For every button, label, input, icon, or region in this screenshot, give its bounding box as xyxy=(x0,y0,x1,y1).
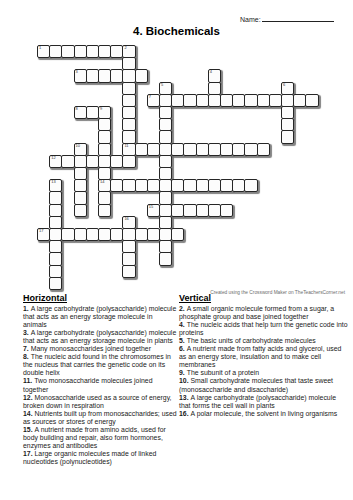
grid-cell[interactable] xyxy=(196,143,209,156)
grid-cell[interactable]: 7 xyxy=(147,94,160,107)
grid-cell[interactable] xyxy=(147,228,160,241)
grid-cell[interactable] xyxy=(74,155,87,168)
clue-number: 8 xyxy=(76,107,78,112)
clue-item: 15. A nutrient made from amino acids, us… xyxy=(23,426,178,450)
grid-cell[interactable] xyxy=(74,45,87,58)
vertical-clues-header: Vertical xyxy=(179,294,349,302)
grid-cell[interactable] xyxy=(305,94,318,107)
grid-cell[interactable] xyxy=(257,94,270,107)
grid-cell[interactable]: 15 xyxy=(147,204,160,217)
grid-cell[interactable] xyxy=(171,228,184,241)
grid-cell[interactable]: 8 xyxy=(74,106,87,119)
grid-cell[interactable] xyxy=(86,155,99,168)
clue-number: 12 xyxy=(51,156,55,161)
grid-cell[interactable] xyxy=(98,118,111,131)
grid-cell[interactable] xyxy=(49,265,62,278)
horizontal-clues-section: Horizontal 1. A large carbohydrate (poly… xyxy=(23,294,178,466)
grid-cell[interactable] xyxy=(232,143,245,156)
grid-cell[interactable] xyxy=(86,45,99,58)
grid-cell[interactable] xyxy=(208,94,221,107)
grid-cell[interactable] xyxy=(147,179,160,192)
clue-item: 10. Small carbohydrate molecules that ta… xyxy=(179,377,349,393)
grid-cell[interactable] xyxy=(208,143,221,156)
clue-item: 17. Large organic molecules made of link… xyxy=(23,450,178,466)
name-blank-line[interactable] xyxy=(262,14,334,22)
grid-cell[interactable] xyxy=(49,204,62,217)
grid-cell[interactable] xyxy=(110,179,123,192)
grid-cell[interactable] xyxy=(110,155,123,168)
grid-cell[interactable] xyxy=(122,118,135,131)
grid-cell[interactable]: 4 xyxy=(208,69,221,82)
grid-cell[interactable]: 16 xyxy=(122,216,135,229)
grid-cell[interactable] xyxy=(293,94,306,107)
grid-cell[interactable] xyxy=(122,240,135,253)
horizontal-clues-header: Horizontal xyxy=(23,294,178,302)
grid-cell[interactable] xyxy=(98,191,111,204)
grid-cell[interactable] xyxy=(159,216,172,229)
grid-cell[interactable]: 10 xyxy=(74,143,87,156)
grid-cell[interactable] xyxy=(281,118,294,131)
grid-cell[interactable]: 3 xyxy=(74,69,87,82)
vertical-clues-list: 2. A small organic molecule formed from … xyxy=(179,305,349,418)
grid-cell[interactable] xyxy=(122,130,135,143)
clue-number: 14 xyxy=(100,180,104,185)
name-label: Name: xyxy=(240,16,261,23)
grid-cell[interactable] xyxy=(98,204,111,217)
grid-cell[interactable] xyxy=(232,179,245,192)
grid-cell[interactable] xyxy=(171,143,184,156)
clue-number: 15 xyxy=(149,205,153,210)
worksheet-page: Name: 4. Biochemicals 123456789101112131… xyxy=(0,0,353,500)
grid-cell[interactable] xyxy=(49,240,62,253)
clue-number: 7 xyxy=(149,95,151,100)
clue-item: 14. Nutrients built up from monosacchari… xyxy=(23,410,178,426)
clue-number: 13 xyxy=(51,180,55,185)
grid-cell[interactable] xyxy=(244,179,257,192)
clue-item: 6. A nutrient made from fatty acids and … xyxy=(179,345,349,369)
grid-cell[interactable] xyxy=(49,191,62,204)
clue-item: 12. Monosaccharide used as a source of e… xyxy=(23,394,178,410)
grid-cell[interactable] xyxy=(49,277,62,290)
grid-cell[interactable] xyxy=(74,204,87,217)
vertical-clues-section: Vertical 2. A small organic molecule for… xyxy=(179,294,349,418)
grid-cell[interactable] xyxy=(244,143,257,156)
grid-cell[interactable] xyxy=(135,179,148,192)
clue-number: 1 xyxy=(39,46,41,51)
grid-cell[interactable] xyxy=(135,69,148,82)
grid-cell[interactable] xyxy=(171,179,184,192)
grid-cell[interactable] xyxy=(74,191,87,204)
grid-cell[interactable] xyxy=(122,179,135,192)
grid-cell[interactable] xyxy=(61,45,74,58)
grid-cell[interactable] xyxy=(110,69,123,82)
crossword-grid: 1234567891011121314151617 xyxy=(37,45,318,290)
grid-cell[interactable] xyxy=(122,82,135,95)
clue-item: 2. A small organic molecule formed from … xyxy=(179,305,349,321)
name-row: Name: xyxy=(240,14,334,23)
grid-cell[interactable] xyxy=(257,143,270,156)
grid-cell[interactable] xyxy=(86,228,99,241)
clue-item: 7. Many monosaccharides joined together xyxy=(23,345,178,353)
clue-item: 3. A large carbohydrate (polysaccharide)… xyxy=(23,329,178,345)
grid-cell[interactable] xyxy=(208,179,221,192)
grid-cell[interactable]: 6 xyxy=(281,82,294,95)
clue-item: 11. Two monosaccharide molecules joined … xyxy=(23,377,178,393)
clue-item: 1. A large carbohydrate (polysaccharide)… xyxy=(23,305,178,329)
grid-cell[interactable] xyxy=(208,204,221,217)
grid-cell[interactable] xyxy=(196,94,209,107)
clue-item: 9. The subunit of a protein xyxy=(179,369,349,377)
grid-cell[interactable] xyxy=(196,204,209,217)
grid-cell[interactable] xyxy=(269,94,282,107)
grid-cell[interactable] xyxy=(74,228,87,241)
grid-cell[interactable] xyxy=(159,130,172,143)
clue-number: 5 xyxy=(161,83,163,88)
grid-cell[interactable]: 5 xyxy=(159,82,172,95)
clue-number: 4 xyxy=(210,70,212,75)
grid-cell[interactable] xyxy=(122,155,135,168)
clue-number: 17 xyxy=(39,229,43,234)
clue-item: 4. The nucleic acids that help turn the … xyxy=(179,321,349,337)
grid-cell[interactable] xyxy=(86,106,99,119)
grid-cell[interactable] xyxy=(147,143,160,156)
clue-number: 3 xyxy=(76,70,78,75)
grid-cell[interactable] xyxy=(183,179,196,192)
grid-cell[interactable] xyxy=(122,69,135,82)
clue-item: 16. A polar molecule, the solvent in liv… xyxy=(179,410,349,418)
grid-cell[interactable] xyxy=(86,69,99,82)
grid-cell[interactable] xyxy=(74,179,87,192)
clue-number: 16 xyxy=(124,217,128,222)
grid-cell[interactable] xyxy=(159,252,172,265)
grid-cell[interactable] xyxy=(159,118,172,131)
grid-cell[interactable] xyxy=(159,191,172,204)
grid-cell[interactable] xyxy=(110,45,123,58)
grid-cell[interactable] xyxy=(159,240,172,253)
clue-item: 5. The basic units of carbohydrate molec… xyxy=(179,337,349,345)
grid-cell[interactable] xyxy=(281,130,294,143)
grid-cell[interactable] xyxy=(183,143,196,156)
grid-cell[interactable] xyxy=(49,45,62,58)
grid-cell[interactable]: 13 xyxy=(49,179,62,192)
grid-cell[interactable]: 11 xyxy=(122,143,135,156)
clue-number: 10 xyxy=(76,144,80,149)
grid-cell[interactable] xyxy=(98,143,111,156)
clue-number: 11 xyxy=(124,144,128,149)
grid-cell[interactable] xyxy=(122,252,135,265)
clue-item: 8. The nucleic acid found in the chromos… xyxy=(23,353,178,377)
clue-number: 6 xyxy=(283,83,285,88)
grid-cell[interactable] xyxy=(98,130,111,143)
grid-cell[interactable] xyxy=(171,94,184,107)
grid-cell[interactable] xyxy=(49,252,62,265)
horizontal-clues-list: 1. A large carbohydrate (polysaccharide)… xyxy=(23,305,178,467)
grid-cell[interactable] xyxy=(208,82,221,95)
grid-cell[interactable] xyxy=(135,143,148,156)
grid-cell[interactable] xyxy=(122,265,135,278)
grid-cell[interactable] xyxy=(183,94,196,107)
grid-cell[interactable]: 12 xyxy=(49,155,62,168)
grid-cell[interactable] xyxy=(61,155,74,168)
grid-cell[interactable] xyxy=(122,57,135,70)
clue-item: 13. A large carbohydrate (polysaccharide… xyxy=(179,394,349,410)
clue-number: 2 xyxy=(124,46,126,51)
grid-cell[interactable] xyxy=(244,94,257,107)
grid-cell[interactable] xyxy=(183,204,196,217)
grid-cell[interactable] xyxy=(49,216,62,229)
grid-cell[interactable] xyxy=(122,94,135,107)
grid-cell[interactable] xyxy=(135,228,148,241)
page-title: 4. Biochemicals xyxy=(0,25,353,37)
grid-cell[interactable] xyxy=(232,94,245,107)
grid-cell[interactable] xyxy=(196,179,209,192)
grid-cell[interactable] xyxy=(61,228,74,241)
grid-cell[interactable] xyxy=(171,204,184,217)
grid-cell[interactable] xyxy=(110,228,123,241)
grid-cell[interactable] xyxy=(159,155,172,168)
clue-number: 9 xyxy=(100,107,102,112)
grid-cell[interactable] xyxy=(220,204,233,217)
